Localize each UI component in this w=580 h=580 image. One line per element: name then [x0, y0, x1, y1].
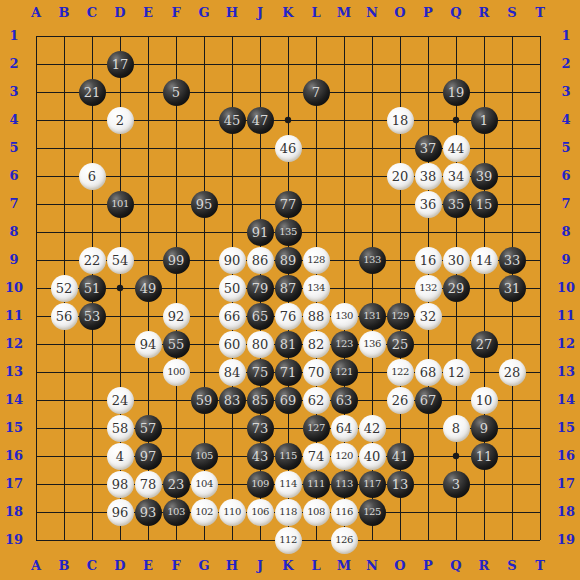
stone-L15[interactable]: 127 [303, 415, 330, 442]
stone-J8[interactable]: 91 [247, 219, 274, 246]
star-point-D10 [117, 285, 123, 291]
row-label-left-12: 12 [0, 336, 28, 352]
col-label-bottom-F: F [162, 558, 190, 574]
stone-P11[interactable]: 32 [415, 303, 442, 330]
stone-L9[interactable]: 128 [303, 247, 330, 274]
stone-J14[interactable]: 85 [247, 387, 274, 414]
row-label-right-3: 3 [552, 84, 580, 100]
stone-Q15[interactable]: 8 [443, 415, 470, 442]
stone-F3[interactable]: 5 [163, 79, 190, 106]
stone-J17[interactable]: 109 [247, 471, 274, 498]
stone-F11[interactable]: 92 [163, 303, 190, 330]
row-label-right-9: 9 [552, 252, 580, 268]
row-label-right-19: 19 [552, 532, 580, 548]
stone-Q5[interactable]: 44 [443, 135, 470, 162]
row-label-right-13: 13 [552, 364, 580, 380]
stone-M19[interactable]: 126 [331, 527, 358, 554]
col-label-top-R: R [470, 5, 498, 21]
stone-M13[interactable]: 121 [331, 359, 358, 386]
stone-G14[interactable]: 59 [191, 387, 218, 414]
stone-D16[interactable]: 4 [107, 443, 134, 470]
row-label-right-8: 8 [552, 224, 580, 240]
stone-Q13[interactable]: 12 [443, 359, 470, 386]
stone-F17[interactable]: 23 [163, 471, 190, 498]
stone-S10[interactable]: 31 [499, 275, 526, 302]
stone-J18[interactable]: 106 [247, 499, 274, 526]
col-label-top-G: G [190, 5, 218, 21]
col-label-top-P: P [414, 5, 442, 21]
col-label-bottom-P: P [414, 558, 442, 574]
stone-O16[interactable]: 41 [387, 443, 414, 470]
stone-D7[interactable]: 101 [107, 191, 134, 218]
stone-D15[interactable]: 58 [107, 415, 134, 442]
stone-O17[interactable]: 13 [387, 471, 414, 498]
stone-N16[interactable]: 40 [359, 443, 386, 470]
stone-E15[interactable]: 57 [135, 415, 162, 442]
row-label-left-15: 15 [0, 420, 28, 436]
row-label-right-12: 12 [552, 336, 580, 352]
stone-L11[interactable]: 88 [303, 303, 330, 330]
stone-D9[interactable]: 54 [107, 247, 134, 274]
stone-E16[interactable]: 97 [135, 443, 162, 470]
stone-M12[interactable]: 123 [331, 331, 358, 358]
row-label-left-8: 8 [0, 224, 28, 240]
stone-K8[interactable]: 135 [275, 219, 302, 246]
stone-D18[interactable]: 96 [107, 499, 134, 526]
col-label-bottom-B: B [50, 558, 78, 574]
stone-P9[interactable]: 16 [415, 247, 442, 274]
stone-L18[interactable]: 108 [303, 499, 330, 526]
stone-O6[interactable]: 20 [387, 163, 414, 190]
stone-K12[interactable]: 81 [275, 331, 302, 358]
col-label-top-K: K [274, 5, 302, 21]
row-label-left-10: 10 [0, 280, 28, 296]
row-label-left-1: 1 [0, 28, 28, 44]
stone-K10[interactable]: 87 [275, 275, 302, 302]
row-label-right-5: 5 [552, 140, 580, 156]
stone-Q3[interactable]: 19 [443, 79, 470, 106]
col-label-top-T: T [526, 5, 554, 21]
col-label-bottom-Q: Q [442, 558, 470, 574]
row-label-right-18: 18 [552, 504, 580, 520]
row-label-left-14: 14 [0, 392, 28, 408]
stone-R9[interactable]: 14 [471, 247, 498, 274]
row-label-left-16: 16 [0, 448, 28, 464]
stone-K7[interactable]: 77 [275, 191, 302, 218]
row-label-left-3: 3 [0, 84, 28, 100]
stone-S13[interactable]: 28 [499, 359, 526, 386]
stone-M16[interactable]: 120 [331, 443, 358, 470]
stone-F18[interactable]: 103 [163, 499, 190, 526]
stone-G7[interactable]: 95 [191, 191, 218, 218]
col-label-top-B: B [50, 5, 78, 21]
row-label-right-2: 2 [552, 56, 580, 72]
stone-Q17[interactable]: 3 [443, 471, 470, 498]
col-label-bottom-D: D [106, 558, 134, 574]
stone-B11[interactable]: 56 [51, 303, 78, 330]
row-label-right-17: 17 [552, 476, 580, 492]
stone-N12[interactable]: 136 [359, 331, 386, 358]
col-label-top-H: H [218, 5, 246, 21]
col-label-top-S: S [498, 5, 526, 21]
row-label-left-4: 4 [0, 112, 28, 128]
stone-P14[interactable]: 67 [415, 387, 442, 414]
stone-Q10[interactable]: 29 [443, 275, 470, 302]
stone-L12[interactable]: 82 [303, 331, 330, 358]
stone-Q7[interactable]: 35 [443, 191, 470, 218]
col-label-bottom-O: O [386, 558, 414, 574]
stone-K11[interactable]: 76 [275, 303, 302, 330]
row-label-left-9: 9 [0, 252, 28, 268]
star-point-Q16 [453, 453, 459, 459]
stone-H18[interactable]: 110 [219, 499, 246, 526]
stone-K19[interactable]: 112 [275, 527, 302, 554]
row-label-left-13: 13 [0, 364, 28, 380]
stone-O12[interactable]: 25 [387, 331, 414, 358]
stone-D14[interactable]: 24 [107, 387, 134, 414]
row-label-right-6: 6 [552, 168, 580, 184]
stone-P7[interactable]: 36 [415, 191, 442, 218]
stone-L14[interactable]: 62 [303, 387, 330, 414]
stone-H12[interactable]: 60 [219, 331, 246, 358]
stone-C10[interactable]: 51 [79, 275, 106, 302]
row-label-right-10: 10 [552, 280, 580, 296]
row-label-right-4: 4 [552, 112, 580, 128]
row-label-right-16: 16 [552, 448, 580, 464]
col-label-bottom-N: N [358, 558, 386, 574]
star-point-K4 [285, 117, 291, 123]
stone-P10[interactable]: 132 [415, 275, 442, 302]
stone-D2[interactable]: 17 [107, 51, 134, 78]
stone-S9[interactable]: 33 [499, 247, 526, 274]
col-label-top-M: M [330, 5, 358, 21]
stone-O11[interactable]: 129 [387, 303, 414, 330]
stone-R16[interactable]: 11 [471, 443, 498, 470]
stone-E18[interactable]: 93 [135, 499, 162, 526]
stone-J16[interactable]: 43 [247, 443, 274, 470]
stone-R6[interactable]: 39 [471, 163, 498, 190]
col-label-bottom-G: G [190, 558, 218, 574]
stone-M17[interactable]: 113 [331, 471, 358, 498]
stone-K9[interactable]: 89 [275, 247, 302, 274]
stone-G16[interactable]: 105 [191, 443, 218, 470]
stone-P5[interactable]: 37 [415, 135, 442, 162]
row-label-left-2: 2 [0, 56, 28, 72]
stone-J13[interactable]: 75 [247, 359, 274, 386]
stone-G18[interactable]: 102 [191, 499, 218, 526]
stone-J10[interactable]: 79 [247, 275, 274, 302]
stone-Q6[interactable]: 34 [443, 163, 470, 190]
stone-F9[interactable]: 99 [163, 247, 190, 274]
stone-J11[interactable]: 65 [247, 303, 274, 330]
star-point-Q4 [453, 117, 459, 123]
stone-L16[interactable]: 74 [303, 443, 330, 470]
stone-P6[interactable]: 38 [415, 163, 442, 190]
stone-H14[interactable]: 83 [219, 387, 246, 414]
stone-K5[interactable]: 46 [275, 135, 302, 162]
col-label-top-C: C [78, 5, 106, 21]
col-label-bottom-S: S [498, 558, 526, 574]
stone-G17[interactable]: 104 [191, 471, 218, 498]
col-label-bottom-R: R [470, 558, 498, 574]
stone-N18[interactable]: 125 [359, 499, 386, 526]
stone-K17[interactable]: 114 [275, 471, 302, 498]
stone-J15[interactable]: 73 [247, 415, 274, 442]
stone-C6[interactable]: 6 [79, 163, 106, 190]
col-label-bottom-E: E [134, 558, 162, 574]
row-label-left-6: 6 [0, 168, 28, 184]
stone-F12[interactable]: 55 [163, 331, 190, 358]
stone-M11[interactable]: 130 [331, 303, 358, 330]
go-board[interactable]: ABCDEFGHJKLMNOPQRST ABCDEFGHJKLMNOPQRST … [0, 0, 580, 580]
col-label-top-A: A [22, 5, 50, 21]
stone-H10[interactable]: 50 [219, 275, 246, 302]
col-label-top-Q: Q [442, 5, 470, 21]
stone-B10[interactable]: 52 [51, 275, 78, 302]
row-label-left-18: 18 [0, 504, 28, 520]
col-label-bottom-C: C [78, 558, 106, 574]
stone-F13[interactable]: 100 [163, 359, 190, 386]
col-label-top-O: O [386, 5, 414, 21]
col-label-top-E: E [134, 5, 162, 21]
stone-L10[interactable]: 134 [303, 275, 330, 302]
stone-D17[interactable]: 98 [107, 471, 134, 498]
stone-K14[interactable]: 69 [275, 387, 302, 414]
stone-R14[interactable]: 10 [471, 387, 498, 414]
col-label-bottom-T: T [526, 558, 554, 574]
col-label-top-F: F [162, 5, 190, 21]
stone-L3[interactable]: 7 [303, 79, 330, 106]
row-label-left-19: 19 [0, 532, 28, 548]
col-label-bottom-M: M [330, 558, 358, 574]
stone-L13[interactable]: 70 [303, 359, 330, 386]
stone-Q9[interactable]: 30 [443, 247, 470, 274]
stone-E10[interactable]: 49 [135, 275, 162, 302]
stone-O14[interactable]: 26 [387, 387, 414, 414]
stone-J12[interactable]: 80 [247, 331, 274, 358]
stone-K13[interactable]: 71 [275, 359, 302, 386]
stone-O13[interactable]: 122 [387, 359, 414, 386]
stone-D4[interactable]: 2 [107, 107, 134, 134]
row-label-right-7: 7 [552, 196, 580, 212]
col-label-bottom-A: A [22, 558, 50, 574]
row-label-right-15: 15 [552, 420, 580, 436]
col-label-bottom-J: J [246, 558, 274, 574]
stone-N15[interactable]: 42 [359, 415, 386, 442]
stone-K16[interactable]: 115 [275, 443, 302, 470]
col-label-top-N: N [358, 5, 386, 21]
stone-O4[interactable]: 18 [387, 107, 414, 134]
stone-J9[interactable]: 86 [247, 247, 274, 274]
stone-R4[interactable]: 1 [471, 107, 498, 134]
row-label-left-11: 11 [0, 308, 28, 324]
stone-H9[interactable]: 90 [219, 247, 246, 274]
stone-R15[interactable]: 9 [471, 415, 498, 442]
stone-H4[interactable]: 45 [219, 107, 246, 134]
stone-L17[interactable]: 111 [303, 471, 330, 498]
col-label-bottom-H: H [218, 558, 246, 574]
stone-H11[interactable]: 66 [219, 303, 246, 330]
stone-R7[interactable]: 15 [471, 191, 498, 218]
stone-C3[interactable]: 21 [79, 79, 106, 106]
row-label-right-1: 1 [552, 28, 580, 44]
row-label-right-11: 11 [552, 308, 580, 324]
col-label-top-L: L [302, 5, 330, 21]
stone-R12[interactable]: 27 [471, 331, 498, 358]
row-label-right-14: 14 [552, 392, 580, 408]
col-label-top-J: J [246, 5, 274, 21]
stone-C11[interactable]: 53 [79, 303, 106, 330]
col-label-bottom-K: K [274, 558, 302, 574]
stone-N11[interactable]: 131 [359, 303, 386, 330]
stone-N9[interactable]: 133 [359, 247, 386, 274]
stone-E12[interactable]: 94 [135, 331, 162, 358]
stone-P13[interactable]: 68 [415, 359, 442, 386]
row-label-left-5: 5 [0, 140, 28, 156]
stone-C9[interactable]: 22 [79, 247, 106, 274]
stone-M18[interactable]: 116 [331, 499, 358, 526]
stone-M14[interactable]: 63 [331, 387, 358, 414]
stone-J4[interactable]: 47 [247, 107, 274, 134]
stone-E17[interactable]: 78 [135, 471, 162, 498]
row-label-left-7: 7 [0, 196, 28, 212]
stone-N17[interactable]: 117 [359, 471, 386, 498]
col-label-top-D: D [106, 5, 134, 21]
stone-K18[interactable]: 118 [275, 499, 302, 526]
row-label-left-17: 17 [0, 476, 28, 492]
stone-M15[interactable]: 64 [331, 415, 358, 442]
stone-H13[interactable]: 84 [219, 359, 246, 386]
col-label-bottom-L: L [302, 558, 330, 574]
